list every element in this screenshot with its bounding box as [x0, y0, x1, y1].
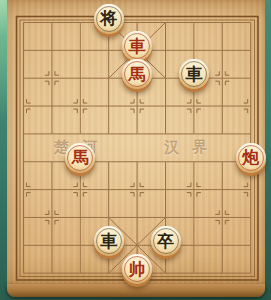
piece-red-horse-1[interactable]: 馬: [122, 59, 152, 89]
river-label-han-jie: 汉界: [164, 139, 220, 155]
piece-black-chariot-2[interactable]: 車: [94, 226, 124, 256]
piece-glyph: 馬: [72, 149, 89, 166]
piece-black-soldier[interactable]: 卒: [151, 226, 181, 256]
piece-black-chariot-1[interactable]: 車: [179, 59, 209, 89]
piece-glyph: 車: [129, 38, 146, 55]
piece-glyph: 炮: [242, 149, 259, 166]
piece-glyph: 車: [185, 66, 202, 83]
piece-red-cannon[interactable]: 炮: [236, 143, 266, 173]
piece-glyph: 将: [100, 10, 117, 27]
piece-glyph: 卒: [157, 233, 174, 250]
piece-glyph: 帅: [129, 261, 146, 278]
piece-glyph: 馬: [129, 66, 146, 83]
piece-red-chariot[interactable]: 車: [122, 31, 152, 61]
piece-red-general[interactable]: 帅: [122, 254, 152, 284]
piece-black-general[interactable]: 将: [94, 4, 124, 34]
xiangqi-app: 楚河 汉界 将車馬車馬炮車卒帅: [0, 0, 271, 300]
piece-red-horse-2[interactable]: 馬: [65, 143, 95, 173]
piece-glyph: 車: [100, 233, 117, 250]
